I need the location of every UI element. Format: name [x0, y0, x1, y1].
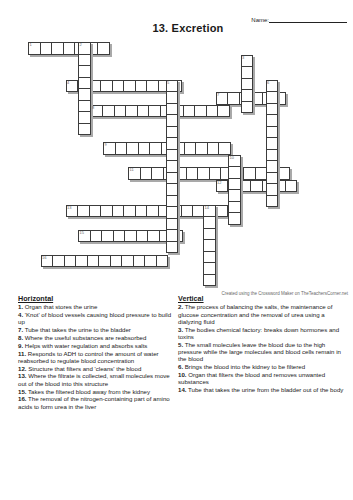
clue-item: 3. The bodies chemical factory: breaks d… [178, 326, 350, 341]
cell-number-6: 6 [267, 81, 269, 85]
crossword-cell[interactable] [166, 241, 179, 254]
crossword-cell[interactable] [218, 142, 231, 155]
vertical-clues-header: Vertical [178, 295, 350, 302]
crossword-cell[interactable] [78, 123, 91, 136]
cell-number-7: 7 [217, 93, 219, 97]
word-3-down [241, 55, 254, 114]
clue-item: 16. The removal of the nitrogen-containi… [18, 395, 176, 410]
cell-number-4: 4 [67, 81, 69, 85]
word-16-across [41, 255, 169, 268]
word-5-down [166, 80, 179, 254]
word-2-down [78, 42, 91, 135]
clue-item: 9. Helps with water regulation and absor… [18, 342, 176, 349]
cell-number-16: 16 [42, 256, 46, 260]
clue-item: 1. Organ that stores the urine [18, 303, 176, 310]
cell-number-3: 3 [242, 56, 244, 60]
crossword-cell[interactable] [228, 212, 241, 225]
word-8-across [91, 105, 230, 118]
horizontal-clues-section: Horizontal 1. Organ that stores the urin… [18, 295, 176, 410]
clue-item: 6. Brings the blood into the kidney to b… [178, 363, 350, 370]
cell-number-5: 5 [167, 81, 169, 85]
word-6-down [266, 80, 279, 208]
crossword-cell[interactable] [215, 205, 228, 218]
crossword-cell[interactable] [278, 167, 291, 180]
crossword-cell[interactable] [97, 42, 110, 55]
cell-number-13: 13 [67, 206, 71, 210]
clue-item: 14. Tube that takes the urine from the b… [178, 386, 350, 393]
cell-number-9: 9 [105, 143, 107, 147]
vertical-clues-section: Vertical 2. The process of balancing the… [178, 295, 350, 394]
crossword-cell[interactable] [266, 195, 279, 208]
cell-number-11: 11 [130, 168, 134, 172]
cell-number-14: 14 [205, 206, 209, 210]
crossword-cell[interactable] [203, 274, 216, 287]
clue-item: 2. The process of balancing the salts, t… [178, 303, 350, 325]
cell-number-8: 8 [92, 106, 94, 110]
word-1-across [28, 42, 110, 55]
clue-item: 5. The small molecules leave the blood d… [178, 341, 350, 363]
clue-item: 8. Where the useful substances are reabs… [18, 334, 176, 341]
cell-number-12: 12 [217, 181, 221, 185]
crossword-cell[interactable] [156, 255, 169, 268]
crossword-cell[interactable] [217, 105, 230, 118]
vertical-clues-list: 2. The process of balancing the salts, t… [178, 303, 350, 393]
horizontal-clues-header: Horizontal [18, 295, 176, 302]
crossword-cell[interactable] [241, 101, 254, 114]
horizontal-clues-list: 1. Organ that stores the urine4. 'Knot' … [18, 303, 176, 410]
cell-number-2: 2 [80, 43, 82, 47]
cell-number-10: 10 [230, 156, 234, 160]
word-14-down [203, 205, 216, 287]
clue-item: 4. 'Knot' of blood vessels causing blood… [18, 311, 176, 326]
clue-item: 11. Responds to ADH to control the amoun… [18, 350, 176, 365]
cell-number-15: 15 [80, 231, 84, 235]
clue-item: 7. Tube that takes the urine to the blad… [18, 326, 176, 333]
crossword-board: 12345678910111213141516 [28, 42, 318, 294]
clue-item: 13. Where the filtrate is collected, sma… [18, 372, 176, 387]
page-title: 13. Excretion [0, 22, 353, 34]
clue-item: 15. Takes the filtered blood away from t… [18, 388, 176, 395]
crossword-cell[interactable] [285, 180, 298, 193]
clue-item: 10. Organ that filters the blood and rem… [178, 371, 350, 386]
cell-number-1: 1 [30, 43, 32, 47]
word-10-down [228, 155, 241, 225]
clue-item: 12. Structure that filters and 'cleans' … [18, 365, 176, 372]
